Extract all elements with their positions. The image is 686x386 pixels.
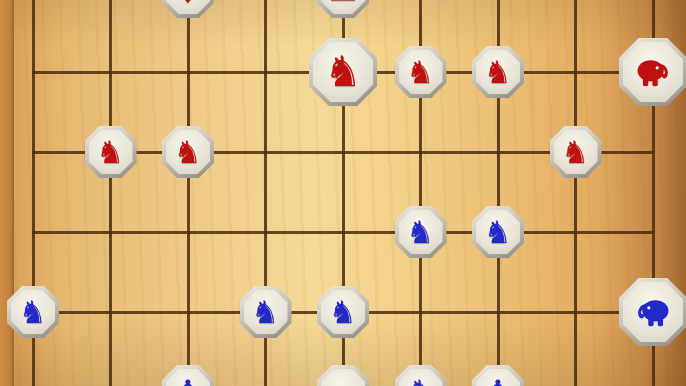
animal-figure: ♞ — [395, 46, 447, 98]
flat-figure: ▬ — [317, 0, 369, 18]
piece-red-top-center-cut[interactable]: ▬ — [317, 0, 369, 18]
piece-red-animal-1[interactable]: ♞ — [395, 46, 447, 98]
animal-figure: ♞ — [472, 206, 524, 258]
piece-red-animal-5[interactable]: ♞ — [550, 126, 602, 178]
piece-blue-bottom-2-cut[interactable]: ▬ — [317, 365, 369, 386]
piece-red-animal-3[interactable]: ♞ — [85, 126, 137, 178]
elephant-figure — [619, 278, 686, 346]
piece-blue-animal-3[interactable]: ♞ — [7, 286, 59, 338]
piece-red-animal-2[interactable]: ♞ — [472, 46, 524, 98]
piece-blue-bottom-1-cut[interactable]: ♟ — [162, 365, 214, 386]
animal-figure: ♞ — [85, 126, 137, 178]
animal-figure: ♞ — [395, 206, 447, 258]
animal-figure: ♞ — [7, 286, 59, 338]
piece-blue-animal-4[interactable]: ♞ — [240, 286, 292, 338]
piece-red-large-figure[interactable]: ♞ — [309, 38, 377, 106]
board-left-edge — [0, 0, 14, 386]
animal-figure: ♞ — [317, 286, 369, 338]
piece-blue-bottom-3-cut[interactable]: ♞ — [395, 365, 447, 386]
grid-v-line — [109, 0, 112, 386]
elephant-icon — [634, 293, 672, 331]
pawn-figure: ♟ — [162, 365, 214, 386]
piece-blue-animal-1[interactable]: ♞ — [395, 206, 447, 258]
elephant-icon — [634, 53, 672, 91]
animal-figure: ♞ — [309, 38, 377, 106]
animal-figure: ♞ — [240, 286, 292, 338]
pawn-figure: ♟ — [472, 365, 524, 386]
piece-blue-bottom-4-cut[interactable]: ♟ — [472, 365, 524, 386]
heart-figure: ♥ — [162, 0, 214, 18]
grid-v-line — [187, 0, 190, 386]
xiangqi-board[interactable]: ♥▬♞♞♞ ♞♞♞♞♞♞♞♞ ♟▬♞♟ — [0, 0, 686, 386]
piece-blue-animal-2[interactable]: ♞ — [472, 206, 524, 258]
piece-red-animal-4[interactable]: ♞ — [162, 126, 214, 178]
animal-figure: ♞ — [395, 365, 447, 386]
piece-red-top-left-cut[interactable]: ♥ — [162, 0, 214, 18]
animal-figure: ♞ — [162, 126, 214, 178]
animal-figure: ♞ — [550, 126, 602, 178]
animal-figure: ♞ — [472, 46, 524, 98]
flat-figure: ▬ — [317, 365, 369, 386]
piece-blue-animal-5[interactable]: ♞ — [317, 286, 369, 338]
piece-blue-elephant[interactable] — [619, 278, 686, 346]
elephant-figure — [619, 38, 686, 106]
piece-red-elephant[interactable] — [619, 38, 686, 106]
grid-v-line — [574, 0, 577, 386]
